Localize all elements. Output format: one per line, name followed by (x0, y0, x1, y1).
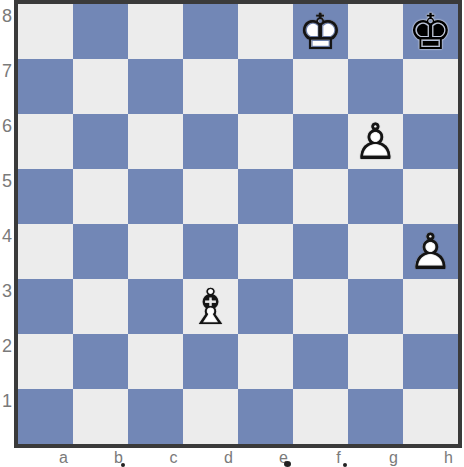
square-c8[interactable] (128, 4, 183, 59)
square-d2[interactable] (183, 334, 238, 389)
square-g8[interactable] (348, 4, 403, 59)
white-bishop-fill: ♝ (183, 279, 238, 334)
file-labels: abcdefgh (18, 450, 458, 466)
chess-board[interactable]: ♚♔♚♟♙♟♙♝♗ (14, 0, 462, 448)
square-g4[interactable] (348, 224, 403, 279)
square-b2[interactable] (73, 334, 128, 389)
square-a8[interactable] (18, 4, 73, 59)
square-e4[interactable] (238, 224, 293, 279)
file-label-h: h (421, 450, 464, 466)
square-a3[interactable] (18, 279, 73, 334)
white-king-fill: ♚ (293, 4, 348, 59)
white-bishop[interactable]: ♗ (183, 279, 238, 334)
square-f1[interactable] (293, 389, 348, 444)
file-label-d: d (201, 450, 256, 466)
square-g3[interactable] (348, 279, 403, 334)
square-a4[interactable] (18, 224, 73, 279)
file-label-c: c (146, 450, 201, 466)
square-e2[interactable] (238, 334, 293, 389)
square-f5[interactable] (293, 169, 348, 224)
chess-diagram: 87654321 ♚♔♚♟♙♟♙♝♗ abcdefgh (0, 0, 464, 467)
square-g6[interactable]: ♟♙ (348, 114, 403, 169)
square-e8[interactable] (238, 4, 293, 59)
square-c5[interactable] (128, 169, 183, 224)
rank-label-3: 3 (0, 279, 12, 334)
file-label-a: a (36, 450, 91, 466)
square-c3[interactable] (128, 279, 183, 334)
square-e5[interactable] (238, 169, 293, 224)
rank-label-6: 6 (0, 114, 12, 169)
square-h6[interactable] (403, 114, 458, 169)
rank-label-2: 2 (0, 334, 12, 389)
rank-label-8: 8 (0, 4, 12, 59)
rank-label-4: 4 (0, 224, 12, 279)
square-c1[interactable] (128, 389, 183, 444)
square-d6[interactable] (183, 114, 238, 169)
square-g1[interactable] (348, 389, 403, 444)
square-b4[interactable] (73, 224, 128, 279)
square-h2[interactable] (403, 334, 458, 389)
square-a6[interactable] (18, 114, 73, 169)
square-e7[interactable] (238, 59, 293, 114)
square-c7[interactable] (128, 59, 183, 114)
square-b5[interactable] (73, 169, 128, 224)
square-h7[interactable] (403, 59, 458, 114)
square-e1[interactable] (238, 389, 293, 444)
square-b6[interactable] (73, 114, 128, 169)
square-h8[interactable]: ♚ (403, 4, 458, 59)
square-b3[interactable] (73, 279, 128, 334)
square-c4[interactable] (128, 224, 183, 279)
square-g5[interactable] (348, 169, 403, 224)
square-h5[interactable] (403, 169, 458, 224)
square-b8[interactable] (73, 4, 128, 59)
square-d7[interactable] (183, 59, 238, 114)
white-pawn-fill: ♟ (403, 224, 458, 279)
square-e3[interactable] (238, 279, 293, 334)
rank-label-5: 5 (0, 169, 12, 224)
square-g7[interactable] (348, 59, 403, 114)
white-pawn[interactable]: ♙ (348, 114, 403, 169)
square-d8[interactable] (183, 4, 238, 59)
square-b1[interactable] (73, 389, 128, 444)
rank-label-7: 7 (0, 59, 12, 114)
square-f3[interactable] (293, 279, 348, 334)
file-label-g: g (366, 450, 421, 466)
black-king[interactable]: ♚ (403, 4, 458, 59)
square-f8[interactable]: ♚♔ (293, 4, 348, 59)
square-c6[interactable] (128, 114, 183, 169)
square-h4[interactable]: ♟♙ (403, 224, 458, 279)
clipped-caption-dot (284, 461, 291, 467)
square-h3[interactable] (403, 279, 458, 334)
clipped-caption-dot (343, 463, 347, 467)
square-h1[interactable] (403, 389, 458, 444)
square-f4[interactable] (293, 224, 348, 279)
rank-label-1: 1 (0, 389, 12, 444)
square-b7[interactable] (73, 59, 128, 114)
square-c2[interactable] (128, 334, 183, 389)
square-d3[interactable]: ♝♗ (183, 279, 238, 334)
square-g2[interactable] (348, 334, 403, 389)
square-f6[interactable] (293, 114, 348, 169)
white-king[interactable]: ♔ (293, 4, 348, 59)
square-a5[interactable] (18, 169, 73, 224)
square-d5[interactable] (183, 169, 238, 224)
rank-labels: 87654321 (0, 4, 12, 444)
file-label-f: f (311, 450, 366, 466)
square-d4[interactable] (183, 224, 238, 279)
file-label-b: b (91, 450, 146, 466)
clipped-caption-dot (121, 463, 125, 467)
white-pawn[interactable]: ♙ (403, 224, 458, 279)
square-a2[interactable] (18, 334, 73, 389)
square-f7[interactable] (293, 59, 348, 114)
square-e6[interactable] (238, 114, 293, 169)
square-d1[interactable] (183, 389, 238, 444)
square-f2[interactable] (293, 334, 348, 389)
square-a1[interactable] (18, 389, 73, 444)
white-pawn-fill: ♟ (348, 114, 403, 169)
square-a7[interactable] (18, 59, 73, 114)
